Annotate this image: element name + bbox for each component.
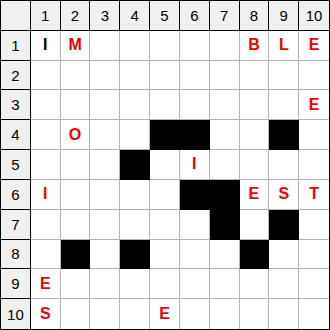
grid-cell-r7c10[interactable]	[299, 210, 329, 240]
grid-cell-r10c8[interactable]	[240, 299, 270, 329]
black-square-r5c4	[120, 150, 150, 180]
grid-cell-r4c10[interactable]	[299, 120, 329, 150]
black-square-r6c6	[180, 180, 210, 210]
grid-cell-r8c1[interactable]	[31, 240, 61, 270]
grid-cell-r1c5[interactable]	[150, 31, 180, 61]
grid-cell-r1c7[interactable]	[210, 31, 240, 61]
col-header-9: 9	[269, 1, 299, 31]
grid-cell-r1c4[interactable]	[120, 31, 150, 61]
black-square-r7c7	[210, 210, 240, 240]
col-header-8: 8	[240, 1, 270, 31]
grid-cell-r3c8[interactable]	[240, 90, 270, 120]
corner-cell	[1, 1, 31, 31]
grid-cell-r6c10[interactable]: T	[299, 180, 329, 210]
grid-cell-r5c6[interactable]: I	[180, 150, 210, 180]
grid-cell-r8c9[interactable]	[269, 240, 299, 270]
grid-cell-r5c9[interactable]	[269, 150, 299, 180]
grid-cell-r4c1[interactable]	[31, 120, 61, 150]
grid-cell-r2c5[interactable]	[150, 61, 180, 91]
grid-cell-r3c3[interactable]	[90, 90, 120, 120]
grid-cell-r8c5[interactable]	[150, 240, 180, 270]
grid-cell-r10c4[interactable]	[120, 299, 150, 329]
grid-cell-r2c1[interactable]	[31, 61, 61, 91]
grid-cell-r7c2[interactable]	[61, 210, 91, 240]
grid-cell-r2c4[interactable]	[120, 61, 150, 91]
black-square-r7c9	[269, 210, 299, 240]
black-square-r6c7	[210, 180, 240, 210]
row-header-2: 2	[1, 61, 31, 91]
grid-cell-r5c8[interactable]	[240, 150, 270, 180]
grid-cell-r3c5[interactable]	[150, 90, 180, 120]
grid-cell-r6c9[interactable]: S	[269, 180, 299, 210]
grid-cell-r9c7[interactable]	[210, 269, 240, 299]
grid-cell-r9c6[interactable]	[180, 269, 210, 299]
row-header-10: 10	[1, 299, 31, 329]
grid-cell-r2c9[interactable]	[269, 61, 299, 91]
grid-cell-r9c4[interactable]	[120, 269, 150, 299]
col-header-7: 7	[210, 1, 240, 31]
col-header-4: 4	[120, 1, 150, 31]
grid-cell-r6c5[interactable]	[150, 180, 180, 210]
grid-cell-r3c6[interactable]	[180, 90, 210, 120]
grid-cell-r7c3[interactable]	[90, 210, 120, 240]
row-header-8: 8	[1, 240, 31, 270]
grid-cell-r4c8[interactable]	[240, 120, 270, 150]
grid-cell-r8c7[interactable]	[210, 240, 240, 270]
grid-cell-r9c10[interactable]	[299, 269, 329, 299]
grid-cell-r1c10[interactable]: E	[299, 31, 329, 61]
grid-cell-r2c10[interactable]	[299, 61, 329, 91]
row-header-9: 9	[1, 269, 31, 299]
grid-cell-r9c1[interactable]: E	[31, 269, 61, 299]
grid-cell-r10c1[interactable]: S	[31, 299, 61, 329]
black-square-r4c9	[269, 120, 299, 150]
row-header-6: 6	[1, 180, 31, 210]
grid-cell-r3c1[interactable]	[31, 90, 61, 120]
grid-cell-r10c3[interactable]	[90, 299, 120, 329]
black-square-r8c8	[240, 240, 270, 270]
grid-cell-r1c2[interactable]: M	[61, 31, 91, 61]
grid-cell-r4c7[interactable]	[210, 120, 240, 150]
col-header-2: 2	[61, 1, 91, 31]
grid-cell-r3c10[interactable]: E	[299, 90, 329, 120]
grid-cell-r1c3[interactable]	[90, 31, 120, 61]
col-header-3: 3	[90, 1, 120, 31]
grid-cell-r6c1[interactable]: I	[31, 180, 61, 210]
col-header-10: 10	[299, 1, 329, 31]
grid-cell-r5c2[interactable]	[61, 150, 91, 180]
grid-cell-r7c6[interactable]	[180, 210, 210, 240]
grid-cell-r5c3[interactable]	[90, 150, 120, 180]
black-square-r8c4	[120, 240, 150, 270]
grid-cell-r3c9[interactable]	[269, 90, 299, 120]
grid-cell-r6c8[interactable]: E	[240, 180, 270, 210]
grid-cell-r4c2[interactable]: O	[61, 120, 91, 150]
grid-cell-r1c1[interactable]: I	[31, 31, 61, 61]
grid-cell-r9c2[interactable]	[61, 269, 91, 299]
grid-cell-r2c8[interactable]	[240, 61, 270, 91]
grid-cell-r4c4[interactable]	[120, 120, 150, 150]
row-header-1: 1	[1, 31, 31, 61]
grid-cell-r2c6[interactable]	[180, 61, 210, 91]
grid-cell-r1c8[interactable]: B	[240, 31, 270, 61]
black-square-r4c5	[150, 120, 180, 150]
grid-cell-r9c9[interactable]	[269, 269, 299, 299]
grid-cell-r10c10[interactable]	[299, 299, 329, 329]
grid-cell-r1c6[interactable]	[180, 31, 210, 61]
grid-cell-r3c2[interactable]	[61, 90, 91, 120]
grid-cell-r9c3[interactable]	[90, 269, 120, 299]
grid-cell-r7c1[interactable]	[31, 210, 61, 240]
black-square-r8c2	[61, 240, 91, 270]
black-square-r4c6	[180, 120, 210, 150]
col-header-1: 1	[31, 1, 61, 31]
grid-cell-r5c5[interactable]	[150, 150, 180, 180]
grid-cell-r8c10[interactable]	[299, 240, 329, 270]
grid-cell-r3c7[interactable]	[210, 90, 240, 120]
grid-cell-r1c9[interactable]: L	[269, 31, 299, 61]
grid-cell-r2c2[interactable]	[61, 61, 91, 91]
grid-cell-r4c3[interactable]	[90, 120, 120, 150]
grid-cell-r10c9[interactable]	[269, 299, 299, 329]
grid-cell-r3c4[interactable]	[120, 90, 150, 120]
grid-cell-r5c10[interactable]	[299, 150, 329, 180]
grid-cell-r7c5[interactable]	[150, 210, 180, 240]
grid-cell-r7c8[interactable]	[240, 210, 270, 240]
grid-cell-r10c2[interactable]	[61, 299, 91, 329]
grid-cell-r7c4[interactable]	[120, 210, 150, 240]
crossword-board: 123456789101IMBLE23E4O5I6IEST789E10SE	[0, 0, 330, 330]
row-header-5: 5	[1, 150, 31, 180]
grid-cell-r6c3[interactable]	[90, 180, 120, 210]
grid-cell-r10c7[interactable]	[210, 299, 240, 329]
grid-cell-r2c7[interactable]	[210, 61, 240, 91]
grid-cell-r2c3[interactable]	[90, 61, 120, 91]
col-header-5: 5	[150, 1, 180, 31]
grid-cell-r9c8[interactable]	[240, 269, 270, 299]
row-header-3: 3	[1, 90, 31, 120]
grid-cell-r5c7[interactable]	[210, 150, 240, 180]
row-header-7: 7	[1, 210, 31, 240]
grid-cell-r5c1[interactable]	[31, 150, 61, 180]
grid-cell-r6c4[interactable]	[120, 180, 150, 210]
grid-cell-r8c6[interactable]	[180, 240, 210, 270]
grid-cell-r9c5[interactable]	[150, 269, 180, 299]
row-header-4: 4	[1, 120, 31, 150]
grid-cell-r10c6[interactable]	[180, 299, 210, 329]
grid-cell-r10c5[interactable]: E	[150, 299, 180, 329]
col-header-6: 6	[180, 1, 210, 31]
grid-cell-r6c2[interactable]	[61, 180, 91, 210]
grid-cell-r8c3[interactable]	[90, 240, 120, 270]
